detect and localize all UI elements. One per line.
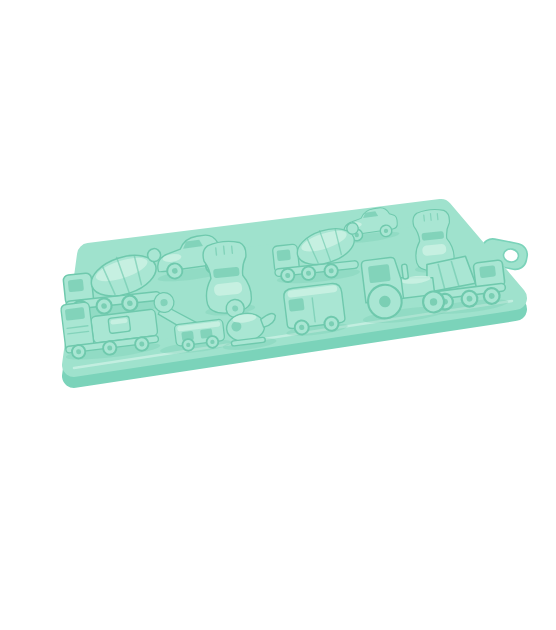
silicone-mold-illustration bbox=[0, 0, 556, 630]
product-photo bbox=[0, 0, 556, 630]
